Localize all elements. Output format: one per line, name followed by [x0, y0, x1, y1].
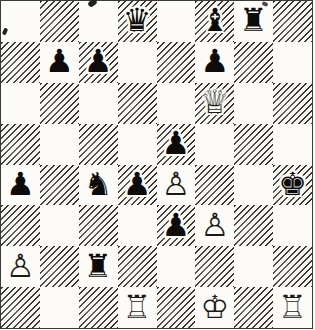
- square-e4: ♙: [157, 165, 196, 206]
- square-f6: ♕: [195, 83, 234, 124]
- square-f4: [195, 165, 234, 206]
- square-e7: [157, 42, 196, 83]
- square-c5: [79, 124, 118, 165]
- black-pawn-a4: ♟: [6, 168, 35, 200]
- square-d7: [118, 42, 157, 83]
- black-rook-g8: ♜: [239, 4, 268, 36]
- square-a4: ♟: [1, 165, 40, 206]
- square-c2: ♜: [79, 246, 118, 287]
- square-b4: [40, 165, 79, 206]
- square-d6: [118, 83, 157, 124]
- square-e3: ♟: [157, 205, 196, 246]
- white-pawn-f3: ♙: [200, 209, 229, 241]
- square-b3: [40, 205, 79, 246]
- black-king-h4: ♚: [278, 168, 307, 200]
- square-h3: [273, 205, 312, 246]
- square-g2: [234, 246, 273, 287]
- square-h6: [273, 83, 312, 124]
- square-g3: [234, 205, 273, 246]
- square-a2: ♙: [1, 246, 40, 287]
- square-g7: [234, 42, 273, 83]
- black-pawn-d4: ♟: [123, 168, 152, 200]
- square-c7: ♟: [79, 42, 118, 83]
- square-f3: ♙: [195, 205, 234, 246]
- white-pawn-e4: ♙: [162, 168, 191, 200]
- square-a5: [1, 124, 40, 165]
- square-e8: [157, 1, 196, 42]
- square-e2: [157, 246, 196, 287]
- white-queen-f6: ♕: [200, 86, 229, 118]
- square-g1: [234, 287, 273, 328]
- square-a7: [1, 42, 40, 83]
- square-c1: [79, 287, 118, 328]
- black-pawn-b7: ♟: [45, 45, 74, 77]
- square-e5: ♟: [157, 124, 196, 165]
- square-g4: [234, 165, 273, 206]
- square-a1: [1, 287, 40, 328]
- square-b7: ♟: [40, 42, 79, 83]
- square-h2: [273, 246, 312, 287]
- square-h4: ♚: [273, 165, 312, 206]
- square-g8: ♜: [234, 1, 273, 42]
- square-e6: [157, 83, 196, 124]
- square-b5: [40, 124, 79, 165]
- square-h1: ♖: [273, 287, 312, 328]
- square-d2: [118, 246, 157, 287]
- white-king-f1: ♔: [200, 291, 229, 323]
- square-h5: [273, 124, 312, 165]
- square-a8: [1, 1, 40, 42]
- square-d8: ♛: [118, 1, 157, 42]
- black-bishop-f8: ♝: [200, 4, 229, 36]
- square-c4: ♞: [79, 165, 118, 206]
- black-rook-c2: ♜: [84, 250, 113, 282]
- square-d3: [118, 205, 157, 246]
- white-rook-d1: ♖: [123, 291, 152, 323]
- square-g5: [234, 124, 273, 165]
- black-pawn-f7: ♟: [200, 45, 229, 77]
- square-e1: [157, 287, 196, 328]
- black-knight-c4: ♞: [84, 168, 113, 200]
- black-pawn-c7: ♟: [84, 45, 113, 77]
- newspaper-chess-diagram: ♛♝♜♟♟♟♕♟♟♞♟♙♚♟♙♙♜♖♔♖: [0, 0, 315, 330]
- square-d1: ♖: [118, 287, 157, 328]
- black-pawn-e3: ♟: [162, 209, 191, 241]
- square-d5: [118, 124, 157, 165]
- square-f7: ♟: [195, 42, 234, 83]
- square-d4: ♟: [118, 165, 157, 206]
- square-c8: [79, 1, 118, 42]
- square-f8: ♝: [195, 1, 234, 42]
- square-f5: [195, 124, 234, 165]
- square-a3: [1, 205, 40, 246]
- square-c3: [79, 205, 118, 246]
- square-b1: [40, 287, 79, 328]
- white-pawn-a2: ♙: [6, 250, 35, 282]
- square-b8: [40, 1, 79, 42]
- black-pawn-e5: ♟: [162, 127, 191, 159]
- square-b6: [40, 83, 79, 124]
- white-rook-h1: ♖: [278, 291, 307, 323]
- square-a6: [1, 83, 40, 124]
- square-h7: [273, 42, 312, 83]
- square-b2: [40, 246, 79, 287]
- square-g6: [234, 83, 273, 124]
- square-f2: [195, 246, 234, 287]
- square-c6: [79, 83, 118, 124]
- square-f1: ♔: [195, 287, 234, 328]
- black-queen-d8: ♛: [123, 4, 152, 36]
- square-h8: [273, 1, 312, 42]
- chess-board: ♛♝♜♟♟♟♕♟♟♞♟♙♚♟♙♙♜♖♔♖: [0, 0, 313, 329]
